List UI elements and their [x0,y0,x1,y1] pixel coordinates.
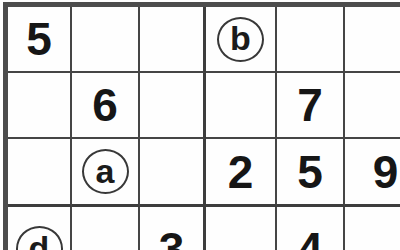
cell-r3c2[interactable]: a [72,139,140,207]
letter-marker-d: d [16,226,63,250]
sudoku-board: 5 b 6 7 a 2 [3,2,400,250]
letter-label: b [230,21,251,57]
cell-r4c4[interactable] [206,207,277,250]
cell-r3c6[interactable]: 9 [345,139,400,207]
cell-r4c1[interactable]: d [8,207,72,250]
cell-r3c3[interactable] [140,139,206,207]
cell-r3c5[interactable]: 5 [277,139,345,207]
cell-r4c5[interactable]: 4 [277,207,345,250]
letter-marker-a: a [82,149,129,194]
letter-label: a [96,154,115,190]
cell-r1c6[interactable] [345,7,400,73]
letter-marker-b: b [217,17,264,62]
given-digit: 2 [228,149,254,195]
cell-r2c4[interactable] [206,73,277,139]
cell-r1c3[interactable] [140,7,206,73]
letter-label: d [29,231,50,250]
cell-r2c6[interactable] [345,73,400,139]
cell-r4c2[interactable] [72,207,140,250]
cell-r3c1[interactable] [8,139,72,207]
given-digit: 4 [297,226,323,250]
given-digit: 3 [159,226,185,250]
given-digit: 5 [26,16,52,62]
given-digit: 5 [297,149,323,195]
cell-r2c1[interactable] [8,73,72,139]
cell-r3c4[interactable]: 2 [206,139,277,207]
cell-r4c3[interactable]: 3 [140,207,206,250]
cell-r1c5[interactable] [277,7,345,73]
cell-r1c2[interactable] [72,7,140,73]
cell-r4c6[interactable] [345,207,400,250]
sudoku-screenshot: 5 b 6 7 a 2 [0,0,400,250]
cell-r1c4[interactable]: b [206,7,277,73]
given-digit: 6 [92,82,118,128]
cell-r1c1[interactable]: 5 [8,7,72,73]
cell-r2c3[interactable] [140,73,206,139]
given-digit: 9 [373,149,399,195]
given-digit: 7 [297,82,323,128]
cell-r2c5[interactable]: 7 [277,73,345,139]
cell-r2c2[interactable]: 6 [72,73,140,139]
